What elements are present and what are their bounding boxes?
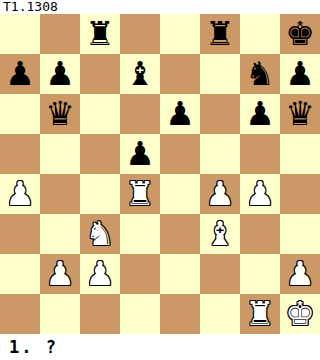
- square-b2[interactable]: ♟: [40, 254, 80, 294]
- square-f5[interactable]: [200, 134, 240, 174]
- white-rook[interactable]: ♜: [240, 294, 280, 334]
- square-b8[interactable]: [40, 14, 80, 54]
- square-a6[interactable]: [0, 94, 40, 134]
- square-d1[interactable]: [120, 294, 160, 334]
- status-bar: 1. ?: [0, 334, 320, 360]
- black-pawn[interactable]: ♟: [160, 94, 200, 134]
- square-f2[interactable]: [200, 254, 240, 294]
- square-f7[interactable]: [200, 54, 240, 94]
- white-bishop[interactable]: ♝: [200, 214, 240, 254]
- black-king[interactable]: ♚: [280, 14, 320, 54]
- black-pawn[interactable]: ♟: [120, 134, 160, 174]
- black-knight[interactable]: ♞: [240, 54, 280, 94]
- square-e5[interactable]: [160, 134, 200, 174]
- square-f3[interactable]: ♝: [200, 214, 240, 254]
- white-pawn[interactable]: ♟: [0, 174, 40, 214]
- white-king[interactable]: ♚: [280, 294, 320, 334]
- white-rook[interactable]: ♜: [120, 174, 160, 214]
- square-f4[interactable]: ♟: [200, 174, 240, 214]
- square-e6[interactable]: ♟: [160, 94, 200, 134]
- black-pawn[interactable]: ♟: [240, 94, 280, 134]
- square-c7[interactable]: [80, 54, 120, 94]
- square-h4[interactable]: [280, 174, 320, 214]
- square-e8[interactable]: [160, 14, 200, 54]
- square-a4[interactable]: ♟: [0, 174, 40, 214]
- square-b6[interactable]: ♛: [40, 94, 80, 134]
- square-e1[interactable]: [160, 294, 200, 334]
- square-g7[interactable]: ♞: [240, 54, 280, 94]
- square-a8[interactable]: [0, 14, 40, 54]
- square-d8[interactable]: [120, 14, 160, 54]
- square-d2[interactable]: [120, 254, 160, 294]
- square-c1[interactable]: [80, 294, 120, 334]
- square-h1[interactable]: ♚: [280, 294, 320, 334]
- square-c2[interactable]: ♟: [80, 254, 120, 294]
- square-d4[interactable]: ♜: [120, 174, 160, 214]
- square-d6[interactable]: [120, 94, 160, 134]
- black-rook[interactable]: ♜: [200, 14, 240, 54]
- black-pawn[interactable]: ♟: [40, 54, 80, 94]
- chess-board: ♜♜♚♟♟♝♞♟♛♟♟♛♟♟♜♟♟♞♝♟♟♟♜♚: [0, 14, 320, 334]
- square-g4[interactable]: ♟: [240, 174, 280, 214]
- square-c8[interactable]: ♜: [80, 14, 120, 54]
- square-b7[interactable]: ♟: [40, 54, 80, 94]
- square-h2[interactable]: ♟: [280, 254, 320, 294]
- square-b5[interactable]: [40, 134, 80, 174]
- square-h6[interactable]: ♛: [280, 94, 320, 134]
- move-prompt: 1. ?: [0, 337, 58, 357]
- square-e4[interactable]: [160, 174, 200, 214]
- square-d5[interactable]: ♟: [120, 134, 160, 174]
- square-g6[interactable]: ♟: [240, 94, 280, 134]
- white-pawn[interactable]: ♟: [80, 254, 120, 294]
- square-f8[interactable]: ♜: [200, 14, 240, 54]
- square-b1[interactable]: [40, 294, 80, 334]
- white-pawn[interactable]: ♟: [240, 174, 280, 214]
- square-c6[interactable]: [80, 94, 120, 134]
- white-pawn[interactable]: ♟: [200, 174, 240, 214]
- black-bishop[interactable]: ♝: [120, 54, 160, 94]
- square-g3[interactable]: [240, 214, 280, 254]
- square-a5[interactable]: [0, 134, 40, 174]
- square-e2[interactable]: [160, 254, 200, 294]
- square-a7[interactable]: ♟: [0, 54, 40, 94]
- square-c4[interactable]: [80, 174, 120, 214]
- square-h7[interactable]: ♟: [280, 54, 320, 94]
- square-a1[interactable]: [0, 294, 40, 334]
- square-h3[interactable]: [280, 214, 320, 254]
- square-g1[interactable]: ♜: [240, 294, 280, 334]
- black-rook[interactable]: ♜: [80, 14, 120, 54]
- square-b4[interactable]: [40, 174, 80, 214]
- square-c5[interactable]: [80, 134, 120, 174]
- black-pawn[interactable]: ♟: [0, 54, 40, 94]
- square-a3[interactable]: [0, 214, 40, 254]
- square-e7[interactable]: [160, 54, 200, 94]
- square-d7[interactable]: ♝: [120, 54, 160, 94]
- black-queen[interactable]: ♛: [40, 94, 80, 134]
- black-pawn[interactable]: ♟: [280, 54, 320, 94]
- square-e3[interactable]: [160, 214, 200, 254]
- square-a2[interactable]: [0, 254, 40, 294]
- white-pawn[interactable]: ♟: [40, 254, 80, 294]
- square-h8[interactable]: ♚: [280, 14, 320, 54]
- square-g2[interactable]: [240, 254, 280, 294]
- white-knight[interactable]: ♞: [80, 214, 120, 254]
- square-b3[interactable]: [40, 214, 80, 254]
- square-d3[interactable]: [120, 214, 160, 254]
- square-f6[interactable]: [200, 94, 240, 134]
- square-f1[interactable]: [200, 294, 240, 334]
- white-pawn[interactable]: ♟: [280, 254, 320, 294]
- title-bar: T1.1308: [0, 0, 320, 14]
- puzzle-title: T1.1308: [0, 0, 58, 14]
- black-queen[interactable]: ♛: [280, 94, 320, 134]
- square-g5[interactable]: [240, 134, 280, 174]
- square-c3[interactable]: ♞: [80, 214, 120, 254]
- square-g8[interactable]: [240, 14, 280, 54]
- square-h5[interactable]: [280, 134, 320, 174]
